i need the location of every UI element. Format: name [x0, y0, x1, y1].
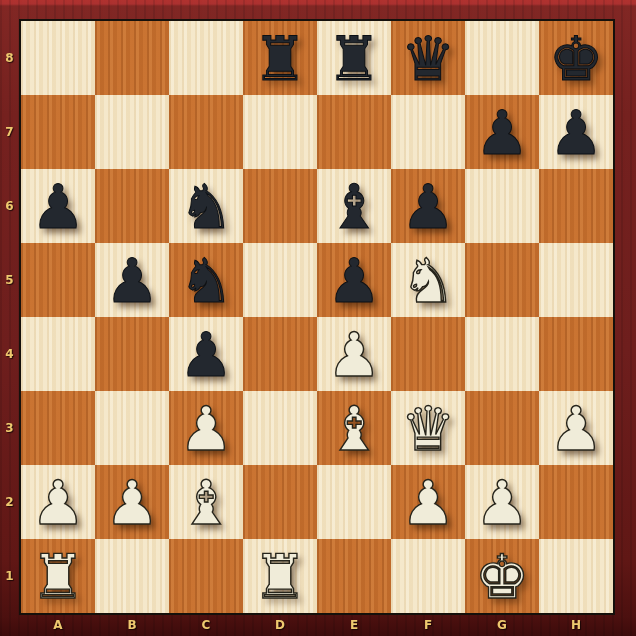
square-a6[interactable]: ♟	[21, 169, 95, 243]
square-h8[interactable]: ♚	[539, 21, 613, 95]
piece-white-king-g1[interactable]: ♚	[465, 539, 539, 613]
rank-label-3: 3	[0, 421, 19, 435]
square-c1[interactable]	[169, 539, 243, 613]
piece-black-bishop-e6[interactable]: ♝	[317, 169, 391, 243]
piece-black-pawn-h7[interactable]: ♟	[539, 95, 613, 169]
square-f3[interactable]: ♛	[391, 391, 465, 465]
piece-white-pawn-h3[interactable]: ♟	[539, 391, 613, 465]
square-a4[interactable]	[21, 317, 95, 391]
piece-black-pawn-e5[interactable]: ♟	[317, 243, 391, 317]
square-g6[interactable]	[465, 169, 539, 243]
piece-white-pawn-f2[interactable]: ♟	[391, 465, 465, 539]
square-g3[interactable]	[465, 391, 539, 465]
rank-label-4: 4	[0, 347, 19, 361]
piece-black-knight-c5[interactable]: ♞	[169, 243, 243, 317]
square-a2[interactable]: ♟	[21, 465, 95, 539]
square-c6[interactable]: ♞	[169, 169, 243, 243]
square-f2[interactable]: ♟	[391, 465, 465, 539]
piece-black-pawn-c4[interactable]: ♟	[169, 317, 243, 391]
square-d3[interactable]	[243, 391, 317, 465]
square-e1[interactable]	[317, 539, 391, 613]
square-h7[interactable]: ♟	[539, 95, 613, 169]
square-h1[interactable]	[539, 539, 613, 613]
piece-black-knight-c6[interactable]: ♞	[169, 169, 243, 243]
square-f7[interactable]	[391, 95, 465, 169]
chess-board: ♜♜♛♚♟♟♟♞♝♟♟♞♟♞♟♟♟♝♛♟♟♟♝♟♟♜♜♚	[19, 19, 615, 615]
piece-black-pawn-a6[interactable]: ♟	[21, 169, 95, 243]
piece-black-pawn-b5[interactable]: ♟	[95, 243, 169, 317]
square-h4[interactable]	[539, 317, 613, 391]
rank-label-5: 5	[0, 273, 19, 287]
piece-white-bishop-c2[interactable]: ♝	[169, 465, 243, 539]
square-a8[interactable]	[21, 21, 95, 95]
square-b8[interactable]	[95, 21, 169, 95]
square-d2[interactable]	[243, 465, 317, 539]
file-label-f: F	[391, 618, 465, 633]
square-a5[interactable]	[21, 243, 95, 317]
square-b1[interactable]	[95, 539, 169, 613]
piece-white-queen-f3[interactable]: ♛	[391, 391, 465, 465]
piece-white-pawn-e4[interactable]: ♟	[317, 317, 391, 391]
square-c3[interactable]: ♟	[169, 391, 243, 465]
piece-white-pawn-b2[interactable]: ♟	[95, 465, 169, 539]
square-h6[interactable]	[539, 169, 613, 243]
square-e4[interactable]: ♟	[317, 317, 391, 391]
piece-white-pawn-c3[interactable]: ♟	[169, 391, 243, 465]
square-c5[interactable]: ♞	[169, 243, 243, 317]
square-d4[interactable]	[243, 317, 317, 391]
piece-black-pawn-g7[interactable]: ♟	[465, 95, 539, 169]
rank-label-6: 6	[0, 199, 19, 213]
square-c8[interactable]	[169, 21, 243, 95]
piece-white-pawn-a2[interactable]: ♟	[21, 465, 95, 539]
square-b2[interactable]: ♟	[95, 465, 169, 539]
square-e8[interactable]: ♜	[317, 21, 391, 95]
file-label-c: C	[169, 618, 243, 633]
square-g4[interactable]	[465, 317, 539, 391]
square-d5[interactable]	[243, 243, 317, 317]
piece-white-bishop-e3[interactable]: ♝	[317, 391, 391, 465]
square-g8[interactable]	[465, 21, 539, 95]
square-c7[interactable]	[169, 95, 243, 169]
rank-label-7: 7	[0, 125, 19, 139]
square-f6[interactable]: ♟	[391, 169, 465, 243]
square-d7[interactable]	[243, 95, 317, 169]
square-e2[interactable]	[317, 465, 391, 539]
square-a7[interactable]	[21, 95, 95, 169]
square-b5[interactable]: ♟	[95, 243, 169, 317]
file-label-e: E	[317, 618, 391, 633]
rank-label-2: 2	[0, 495, 19, 509]
square-a1[interactable]: ♜	[21, 539, 95, 613]
square-f4[interactable]	[391, 317, 465, 391]
square-g5[interactable]	[465, 243, 539, 317]
square-b7[interactable]	[95, 95, 169, 169]
square-f8[interactable]: ♛	[391, 21, 465, 95]
piece-white-rook-a1[interactable]: ♜	[21, 539, 95, 613]
piece-black-pawn-f6[interactable]: ♟	[391, 169, 465, 243]
chess-board-frame: ♜♜♛♚♟♟♟♞♝♟♟♞♟♞♟♟♟♝♛♟♟♟♝♟♟♜♜♚ 87654321 AB…	[0, 0, 636, 636]
square-b4[interactable]	[95, 317, 169, 391]
square-a3[interactable]	[21, 391, 95, 465]
piece-black-rook-d8[interactable]: ♜	[243, 21, 317, 95]
piece-white-rook-d1[interactable]: ♜	[243, 539, 317, 613]
square-e7[interactable]	[317, 95, 391, 169]
piece-black-king-h8[interactable]: ♚	[539, 21, 613, 95]
square-c4[interactable]: ♟	[169, 317, 243, 391]
square-b3[interactable]	[95, 391, 169, 465]
square-h5[interactable]	[539, 243, 613, 317]
square-g1[interactable]: ♚	[465, 539, 539, 613]
file-label-a: A	[21, 618, 95, 633]
rank-label-8: 8	[0, 51, 19, 65]
square-b6[interactable]	[95, 169, 169, 243]
file-label-h: H	[539, 618, 613, 633]
file-label-g: G	[465, 618, 539, 633]
square-d6[interactable]	[243, 169, 317, 243]
file-label-b: B	[95, 618, 169, 633]
square-e6[interactable]: ♝	[317, 169, 391, 243]
square-d8[interactable]: ♜	[243, 21, 317, 95]
square-c2[interactable]: ♝	[169, 465, 243, 539]
square-h3[interactable]: ♟	[539, 391, 613, 465]
square-e5[interactable]: ♟	[317, 243, 391, 317]
piece-white-pawn-g2[interactable]: ♟	[465, 465, 539, 539]
piece-black-queen-f8[interactable]: ♛	[391, 21, 465, 95]
square-f1[interactable]	[391, 539, 465, 613]
square-g7[interactable]: ♟	[465, 95, 539, 169]
square-g2[interactable]: ♟	[465, 465, 539, 539]
piece-white-knight-f5[interactable]: ♞	[391, 243, 465, 317]
square-d1[interactable]: ♜	[243, 539, 317, 613]
file-label-d: D	[243, 618, 317, 633]
piece-black-rook-e8[interactable]: ♜	[317, 21, 391, 95]
square-f5[interactable]: ♞	[391, 243, 465, 317]
rank-label-1: 1	[0, 569, 19, 583]
square-h2[interactable]	[539, 465, 613, 539]
square-e3[interactable]: ♝	[317, 391, 391, 465]
